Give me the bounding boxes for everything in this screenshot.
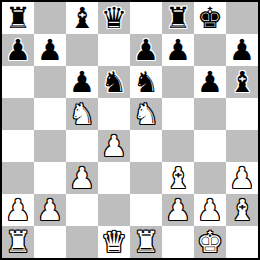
square-b5[interactable]: [34, 98, 66, 130]
square-f7[interactable]: ♟: [162, 34, 194, 66]
square-d8[interactable]: ♛: [98, 2, 130, 34]
square-g7[interactable]: [194, 34, 226, 66]
square-b2[interactable]: ♟: [34, 194, 66, 226]
square-b8[interactable]: [34, 2, 66, 34]
square-a3[interactable]: [2, 162, 34, 194]
square-e8[interactable]: [130, 2, 162, 34]
square-c1[interactable]: [66, 226, 98, 258]
black-knight[interactable]: ♞: [101, 68, 127, 97]
black-knight[interactable]: ♞: [133, 68, 159, 97]
square-e1[interactable]: ♜: [130, 226, 162, 258]
square-g2[interactable]: ♟: [194, 194, 226, 226]
square-b6[interactable]: [34, 66, 66, 98]
square-d6[interactable]: ♞: [98, 66, 130, 98]
white-pawn[interactable]: ♟: [37, 196, 63, 225]
black-pawn[interactable]: ♟: [69, 68, 95, 97]
black-queen[interactable]: ♛: [101, 4, 127, 33]
white-bishop[interactable]: ♝: [229, 196, 255, 225]
square-h8[interactable]: [226, 2, 258, 34]
square-d3[interactable]: [98, 162, 130, 194]
square-f3[interactable]: ♝: [162, 162, 194, 194]
square-h7[interactable]: ♟: [226, 34, 258, 66]
square-a4[interactable]: [2, 130, 34, 162]
black-pawn[interactable]: ♟: [5, 36, 31, 65]
square-e3[interactable]: [130, 162, 162, 194]
white-knight[interactable]: ♞: [133, 100, 159, 129]
square-g6[interactable]: ♟: [194, 66, 226, 98]
square-g4[interactable]: [194, 130, 226, 162]
square-h4[interactable]: [226, 130, 258, 162]
white-knight[interactable]: ♞: [69, 100, 95, 129]
white-pawn[interactable]: ♟: [197, 196, 223, 225]
square-e4[interactable]: [130, 130, 162, 162]
square-c8[interactable]: ♝: [66, 2, 98, 34]
square-b1[interactable]: [34, 226, 66, 258]
square-e6[interactable]: ♞: [130, 66, 162, 98]
square-e5[interactable]: ♞: [130, 98, 162, 130]
square-d1[interactable]: ♛: [98, 226, 130, 258]
square-d5[interactable]: [98, 98, 130, 130]
square-a6[interactable]: [2, 66, 34, 98]
black-bishop[interactable]: ♝: [229, 68, 255, 97]
square-f5[interactable]: [162, 98, 194, 130]
square-c5[interactable]: ♞: [66, 98, 98, 130]
square-e2[interactable]: [130, 194, 162, 226]
square-f1[interactable]: [162, 226, 194, 258]
black-pawn[interactable]: ♟: [165, 36, 191, 65]
white-pawn[interactable]: ♟: [69, 164, 95, 193]
square-h1[interactable]: [226, 226, 258, 258]
square-e7[interactable]: ♟: [130, 34, 162, 66]
square-a7[interactable]: ♟: [2, 34, 34, 66]
square-b7[interactable]: ♟: [34, 34, 66, 66]
square-h6[interactable]: ♝: [226, 66, 258, 98]
white-rook[interactable]: ♜: [5, 228, 31, 257]
white-pawn[interactable]: ♟: [5, 196, 31, 225]
black-pawn[interactable]: ♟: [37, 36, 63, 65]
square-b3[interactable]: [34, 162, 66, 194]
white-rook[interactable]: ♜: [133, 228, 159, 257]
white-pawn[interactable]: ♟: [165, 196, 191, 225]
square-a8[interactable]: ♜: [2, 2, 34, 34]
square-h2[interactable]: ♝: [226, 194, 258, 226]
chess-board: ♜ ♝ ♛ ♜ ♚ ♟ ♟ ♟ ♟ ♟ ♟ ♞ ♞ ♟ ♝ ♞ ♞ ♟ ♟ ♝ …: [0, 0, 260, 260]
black-rook[interactable]: ♜: [5, 4, 31, 33]
square-h3[interactable]: ♟: [226, 162, 258, 194]
square-d4[interactable]: ♟: [98, 130, 130, 162]
black-pawn[interactable]: ♟: [197, 68, 223, 97]
square-c3[interactable]: ♟: [66, 162, 98, 194]
square-a1[interactable]: ♜: [2, 226, 34, 258]
black-rook[interactable]: ♜: [165, 4, 191, 33]
square-c4[interactable]: [66, 130, 98, 162]
square-g8[interactable]: ♚: [194, 2, 226, 34]
black-pawn[interactable]: ♟: [229, 36, 255, 65]
square-c6[interactable]: ♟: [66, 66, 98, 98]
square-a5[interactable]: [2, 98, 34, 130]
square-c7[interactable]: [66, 34, 98, 66]
square-f6[interactable]: [162, 66, 194, 98]
white-bishop[interactable]: ♝: [165, 164, 191, 193]
square-f4[interactable]: [162, 130, 194, 162]
square-d7[interactable]: [98, 34, 130, 66]
white-queen[interactable]: ♛: [101, 228, 127, 257]
white-pawn[interactable]: ♟: [229, 164, 255, 193]
black-king[interactable]: ♚: [197, 4, 223, 33]
black-bishop[interactable]: ♝: [69, 4, 95, 33]
square-f8[interactable]: ♜: [162, 2, 194, 34]
square-c2[interactable]: [66, 194, 98, 226]
square-f2[interactable]: ♟: [162, 194, 194, 226]
square-d2[interactable]: [98, 194, 130, 226]
square-b4[interactable]: [34, 130, 66, 162]
square-a2[interactable]: ♟: [2, 194, 34, 226]
black-pawn[interactable]: ♟: [133, 36, 159, 65]
square-g1[interactable]: ♚: [194, 226, 226, 258]
white-king[interactable]: ♚: [197, 228, 223, 257]
square-h5[interactable]: [226, 98, 258, 130]
square-g3[interactable]: [194, 162, 226, 194]
white-pawn[interactable]: ♟: [101, 132, 127, 161]
square-g5[interactable]: [194, 98, 226, 130]
